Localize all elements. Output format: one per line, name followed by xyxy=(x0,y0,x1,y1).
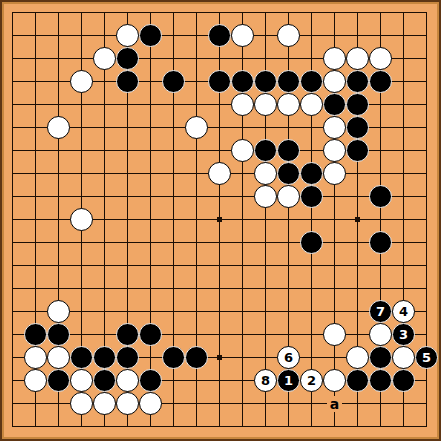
black-stone xyxy=(47,323,70,346)
white-stone xyxy=(47,300,70,323)
black-stone xyxy=(139,369,162,392)
black-stone xyxy=(231,70,254,93)
white-stone xyxy=(277,93,300,116)
white-stone xyxy=(300,93,323,116)
move-8-stone-white: 8 xyxy=(254,369,277,392)
star-point xyxy=(355,217,360,222)
black-stone xyxy=(24,323,47,346)
move-5-stone-black: 5 xyxy=(415,346,438,369)
white-stone xyxy=(254,93,277,116)
black-stone xyxy=(93,369,116,392)
black-stone xyxy=(254,139,277,162)
white-stone xyxy=(116,369,139,392)
move-6-stone-white: 6 xyxy=(277,346,300,369)
white-stone xyxy=(346,346,369,369)
black-stone xyxy=(93,346,116,369)
white-stone xyxy=(323,369,346,392)
black-stone xyxy=(254,70,277,93)
white-stone xyxy=(70,70,93,93)
black-stone xyxy=(369,70,392,93)
move-7-stone-black: 7 xyxy=(369,300,392,323)
white-stone xyxy=(369,47,392,70)
white-stone xyxy=(185,116,208,139)
black-stone xyxy=(346,116,369,139)
black-stone xyxy=(346,369,369,392)
white-stone xyxy=(70,369,93,392)
white-stone xyxy=(323,323,346,346)
black-stone xyxy=(116,70,139,93)
move-4-stone-white: 4 xyxy=(392,300,415,323)
point-label-a: a xyxy=(327,396,342,412)
black-stone xyxy=(116,47,139,70)
white-stone xyxy=(93,47,116,70)
black-stone xyxy=(162,70,185,93)
white-stone xyxy=(254,162,277,185)
board-cells: 74365812a xyxy=(1,1,438,438)
black-stone xyxy=(323,93,346,116)
black-stone xyxy=(300,231,323,254)
white-stone xyxy=(323,47,346,70)
white-stone xyxy=(47,346,70,369)
white-stone xyxy=(70,208,93,231)
white-stone xyxy=(323,70,346,93)
black-stone xyxy=(346,93,369,116)
white-stone xyxy=(231,139,254,162)
move-3-stone-black: 3 xyxy=(392,323,415,346)
white-stone xyxy=(346,47,369,70)
white-stone xyxy=(323,139,346,162)
black-stone xyxy=(162,346,185,369)
black-stone xyxy=(47,369,70,392)
black-stone xyxy=(346,70,369,93)
black-stone xyxy=(300,185,323,208)
white-stone xyxy=(392,346,415,369)
go-board[interactable]: 74365812a xyxy=(0,0,441,441)
white-stone xyxy=(277,185,300,208)
black-stone xyxy=(277,70,300,93)
black-stone xyxy=(346,139,369,162)
move-1-stone-black: 1 xyxy=(277,369,300,392)
black-stone xyxy=(116,323,139,346)
star-point xyxy=(217,217,222,222)
black-stone xyxy=(369,231,392,254)
white-stone xyxy=(369,323,392,346)
black-stone xyxy=(369,346,392,369)
white-stone xyxy=(231,24,254,47)
black-stone xyxy=(369,185,392,208)
white-stone xyxy=(277,24,300,47)
white-stone xyxy=(208,162,231,185)
white-stone xyxy=(116,392,139,415)
white-stone xyxy=(323,162,346,185)
black-stone xyxy=(116,346,139,369)
white-stone xyxy=(231,93,254,116)
black-stone xyxy=(369,369,392,392)
white-stone xyxy=(47,116,70,139)
move-2-stone-white: 2 xyxy=(300,369,323,392)
black-stone xyxy=(392,369,415,392)
black-stone xyxy=(208,70,231,93)
white-stone xyxy=(93,392,116,415)
white-stone xyxy=(24,369,47,392)
white-stone xyxy=(70,392,93,415)
white-stone xyxy=(254,185,277,208)
white-stone xyxy=(116,24,139,47)
white-stone xyxy=(139,392,162,415)
black-stone xyxy=(277,139,300,162)
black-stone xyxy=(277,162,300,185)
black-stone xyxy=(139,24,162,47)
black-stone xyxy=(139,323,162,346)
white-stone xyxy=(323,116,346,139)
black-stone xyxy=(300,70,323,93)
white-stone xyxy=(24,346,47,369)
star-point xyxy=(217,355,222,360)
black-stone xyxy=(185,346,208,369)
black-stone xyxy=(70,346,93,369)
black-stone xyxy=(300,162,323,185)
black-stone xyxy=(208,24,231,47)
